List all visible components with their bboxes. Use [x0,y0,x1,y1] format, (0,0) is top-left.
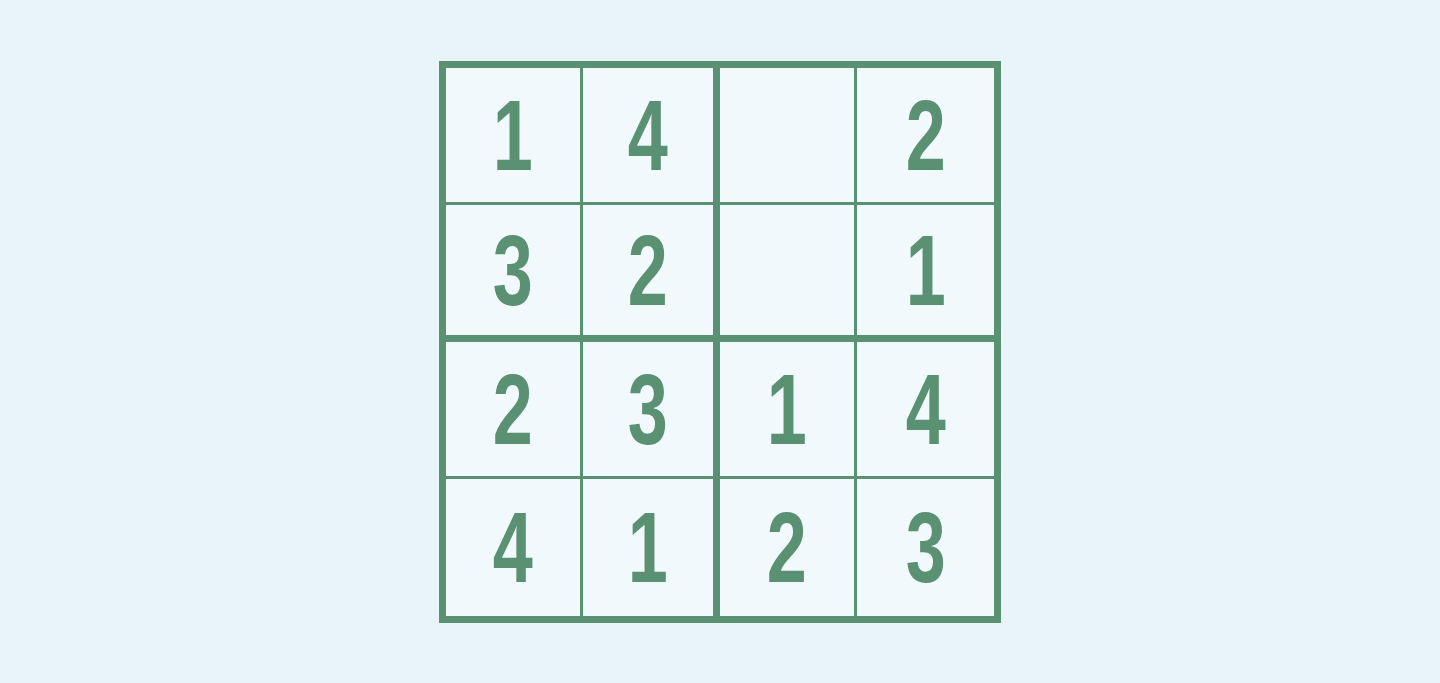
cell-r1c4[interactable]: 2 [857,68,994,205]
cell-value: 3 [628,359,668,459]
cell-value: 4 [493,497,533,597]
cell-r3c1[interactable]: 2 [446,342,583,479]
cell-value: 1 [767,359,807,459]
cell-r2c1[interactable]: 3 [446,205,583,342]
cell-value: 3 [905,497,945,597]
cell-r3c3[interactable]: 1 [720,342,857,479]
cell-r4c3[interactable]: 2 [720,479,857,616]
cell-r4c2[interactable]: 1 [583,479,720,616]
cell-r1c3[interactable] [720,68,857,205]
cell-value: 3 [493,220,533,320]
cell-r2c4[interactable]: 1 [857,205,994,342]
sudoku-board: 14232123144123 [439,61,1001,623]
cell-value: 4 [905,359,945,459]
cell-r3c4[interactable]: 4 [857,342,994,479]
cell-r4c4[interactable]: 3 [857,479,994,616]
cell-value: 1 [493,85,533,185]
cell-r1c1[interactable]: 1 [446,68,583,205]
cell-r4c1[interactable]: 4 [446,479,583,616]
cell-value: 1 [628,497,668,597]
cell-r1c2[interactable]: 4 [583,68,720,205]
cell-value: 2 [767,497,807,597]
cell-r2c2[interactable]: 2 [583,205,720,342]
cell-value: 4 [628,85,668,185]
cell-r2c3[interactable] [720,205,857,342]
cell-r3c2[interactable]: 3 [583,342,720,479]
cell-value: 2 [493,359,533,459]
cell-value: 1 [905,220,945,320]
cell-value: 2 [905,85,945,185]
cell-value: 2 [628,220,668,320]
page: 14232123144123 [439,61,1001,623]
